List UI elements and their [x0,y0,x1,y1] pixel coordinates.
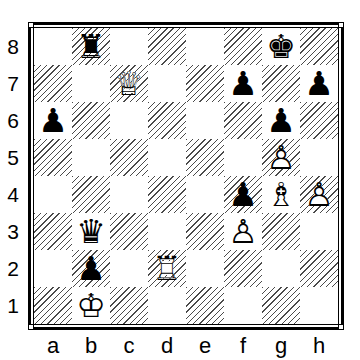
square-b8[interactable]: ♜ [72,28,110,65]
rank-label-5: 5 [0,139,26,176]
piece-bP-h7[interactable]: ♟ [304,67,334,100]
square-b1[interactable]: ♚♔ [72,287,110,324]
square-h7[interactable]: ♟ [300,65,338,102]
rank-label-8: 8 [0,28,26,65]
square-a8[interactable] [34,28,72,65]
piece-wK-b1[interactable]: ♚♔ [76,289,106,322]
square-g6[interactable]: ♟ [262,102,300,139]
square-c7[interactable]: ♛♕ [110,65,148,102]
square-g8[interactable]: ♚ [262,28,300,65]
square-e8[interactable] [186,28,224,65]
square-e7[interactable] [186,65,224,102]
square-f7[interactable]: ♟ [224,65,262,102]
frame-corner-notch [338,22,344,28]
rank-label-7: 7 [0,65,26,102]
rank-label-1: 1 [0,287,26,324]
square-e3[interactable] [186,213,224,250]
piece-bP-b2[interactable]: ♟ [76,252,106,285]
square-g7[interactable] [262,65,300,102]
square-f6[interactable] [224,102,262,139]
square-b4[interactable] [72,176,110,213]
square-d7[interactable] [148,65,186,102]
piece-outline: ♙ [304,176,334,213]
piece-outline: ♗ [266,176,296,213]
file-labels: abcdefgh [34,332,338,359]
file-label-b: b [72,332,110,359]
square-h6[interactable] [300,102,338,139]
square-d4[interactable] [148,176,186,213]
square-g5[interactable]: ♟♙ [262,139,300,176]
square-h8[interactable] [300,28,338,65]
square-a4[interactable] [34,176,72,213]
square-f5[interactable] [224,139,262,176]
rank-label-2: 2 [0,250,26,287]
square-g4[interactable]: ♝♗ [262,176,300,213]
square-f8[interactable] [224,28,262,65]
square-c3[interactable] [110,213,148,250]
board-inner-frame: ♜♚♛♕♟♟♟♟♟♙♟♝♗♟♙♛♟♙♟♜♖♚♔ [33,27,339,325]
square-h3[interactable] [300,213,338,250]
square-d5[interactable] [148,139,186,176]
board-grid: ♜♚♛♕♟♟♟♟♟♙♟♝♗♟♙♛♟♙♟♜♖♚♔ [34,28,338,324]
square-e4[interactable] [186,176,224,213]
square-d8[interactable] [148,28,186,65]
square-g1[interactable] [262,287,300,324]
square-c4[interactable] [110,176,148,213]
square-e5[interactable] [186,139,224,176]
square-a7[interactable] [34,65,72,102]
square-g2[interactable] [262,250,300,287]
piece-wP-h4[interactable]: ♟♙ [304,178,334,211]
piece-bP-g6[interactable]: ♟ [266,104,296,137]
square-b7[interactable] [72,65,110,102]
rank-label-3: 3 [0,213,26,250]
square-d3[interactable] [148,213,186,250]
square-b6[interactable] [72,102,110,139]
square-h1[interactable] [300,287,338,324]
frame-corner-notch [28,22,34,28]
piece-outline: ♕ [114,65,144,102]
square-d1[interactable] [148,287,186,324]
piece-wP-g5[interactable]: ♟♙ [266,141,296,174]
piece-outline: ♔ [76,287,106,324]
square-c6[interactable] [110,102,148,139]
piece-bR-b8[interactable]: ♜ [76,30,106,63]
piece-wQ-c7[interactable]: ♛♕ [114,67,144,100]
file-label-f: f [224,332,262,359]
rank-label-4: 4 [0,176,26,213]
square-c8[interactable] [110,28,148,65]
piece-bQ-b3[interactable]: ♛ [76,215,106,248]
piece-bP-f7[interactable]: ♟ [228,67,258,100]
square-f4[interactable]: ♟ [224,176,262,213]
piece-bP-f4[interactable]: ♟ [228,178,258,211]
piece-wB-g4[interactable]: ♝♗ [266,178,296,211]
square-a3[interactable] [34,213,72,250]
square-b2[interactable]: ♟ [72,250,110,287]
square-d2[interactable]: ♜♖ [148,250,186,287]
piece-bP-a6[interactable]: ♟ [38,104,68,137]
square-f1[interactable] [224,287,262,324]
piece-outline: ♖ [152,250,182,287]
file-label-c: c [110,332,148,359]
piece-outline: ♙ [266,139,296,176]
square-h5[interactable] [300,139,338,176]
square-b3[interactable]: ♛ [72,213,110,250]
square-h4[interactable]: ♟♙ [300,176,338,213]
square-b5[interactable] [72,139,110,176]
square-e1[interactable] [186,287,224,324]
file-label-d: d [148,332,186,359]
piece-outline: ♙ [228,213,258,250]
square-a6[interactable]: ♟ [34,102,72,139]
square-d6[interactable] [148,102,186,139]
square-c1[interactable] [110,287,148,324]
file-label-h: h [300,332,338,359]
square-f2[interactable] [224,250,262,287]
file-label-g: g [262,332,300,359]
rank-label-6: 6 [0,102,26,139]
square-f3[interactable]: ♟♙ [224,213,262,250]
square-h2[interactable] [300,250,338,287]
piece-wP-f3[interactable]: ♟♙ [228,215,258,248]
square-a1[interactable] [34,287,72,324]
square-e2[interactable] [186,250,224,287]
square-g3[interactable] [262,213,300,250]
piece-wR-d2[interactable]: ♜♖ [152,252,182,285]
square-c5[interactable] [110,139,148,176]
board-frame: ♜♚♛♕♟♟♟♟♟♙♟♝♗♟♙♛♟♙♟♜♖♚♔ [28,22,344,330]
square-a2[interactable] [34,250,72,287]
file-label-e: e [186,332,224,359]
square-a5[interactable] [34,139,72,176]
chess-diagram: 87654321 ♜♚♛♕♟♟♟♟♟♙♟♝♗♟♙♛♟♙♟♜♖♚♔ abcdefg… [0,0,360,360]
rank-labels: 87654321 [0,28,26,324]
frame-corner-notch [338,324,344,330]
square-e6[interactable] [186,102,224,139]
frame-corner-notch [28,324,34,330]
piece-bK-g8[interactable]: ♚ [266,30,296,63]
square-c2[interactable] [110,250,148,287]
file-label-a: a [34,332,72,359]
